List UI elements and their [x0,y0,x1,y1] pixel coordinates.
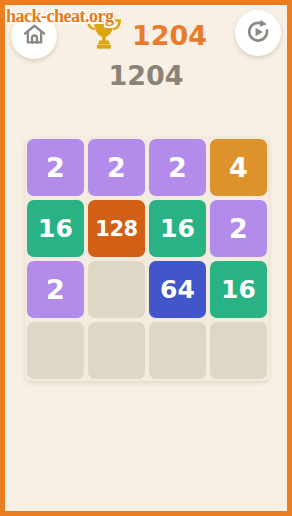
board-cell: 2 [210,200,267,257]
board-cell: 2 [27,261,84,318]
board-cell: 16 [27,200,84,257]
tile-4: 4 [210,139,267,196]
board-cell: 16 [210,261,267,318]
replay-icon [244,18,272,49]
tile-128: 128 [88,200,145,257]
board-cell [27,322,84,379]
board-cell: 4 [210,139,267,196]
board[interactable]: 22241612816226416 [25,137,269,381]
board-cell [88,261,145,318]
board-cell [210,322,267,379]
board-cell: 2 [149,139,206,196]
board-cell [88,322,145,379]
board-cell: 2 [27,139,84,196]
tile-2: 2 [210,200,267,257]
restart-button[interactable] [235,10,281,56]
tile-16: 16 [27,200,84,257]
board-cell [149,322,206,379]
tile-16: 16 [210,261,267,318]
tile-2: 2 [88,139,145,196]
app-frame: hack-cheat.org [0,0,292,516]
board-cell: 16 [149,200,206,257]
tile-64: 64 [149,261,206,318]
tile-2: 2 [27,261,84,318]
best-score: 1204 [132,20,207,51]
watermark: hack-cheat.org [6,6,113,27]
board-cell: 64 [149,261,206,318]
tile-16: 16 [149,200,206,257]
tile-2: 2 [27,139,84,196]
current-score: 1204 [5,60,287,91]
tile-2: 2 [149,139,206,196]
board-cell: 128 [88,200,145,257]
board-cell: 2 [88,139,145,196]
